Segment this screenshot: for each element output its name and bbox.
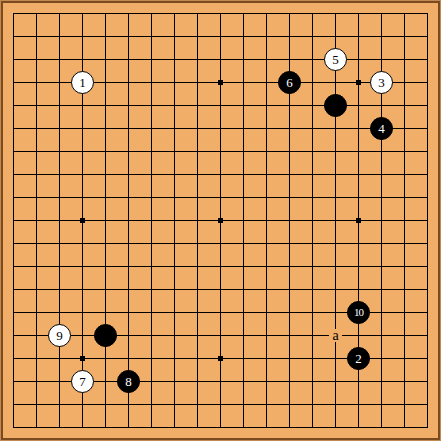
hoshi-star-point (218, 80, 223, 85)
move-number: 6 (286, 76, 293, 89)
hoshi-star-point (218, 356, 223, 361)
move-number: 7 (79, 375, 86, 388)
go-stone-white-1: 1 (71, 71, 94, 94)
go-stone-black-plain (324, 94, 347, 117)
hoshi-star-point (356, 218, 361, 223)
hoshi-star-point (80, 356, 85, 361)
go-stone-black-2: 2 (347, 347, 370, 370)
move-number: 5 (332, 53, 339, 66)
go-stone-black-4: 4 (370, 117, 393, 140)
go-stone-black-plain (94, 324, 117, 347)
go-stone-white-9: 9 (48, 324, 71, 347)
move-number: 3 (378, 76, 385, 89)
move-number: 9 (56, 329, 63, 342)
hoshi-star-point (80, 218, 85, 223)
move-number: 1 (79, 76, 86, 89)
hoshi-star-point (356, 80, 361, 85)
go-stone-white-3: 3 (370, 71, 393, 94)
move-number: 4 (378, 122, 385, 135)
move-number: 10 (354, 307, 363, 318)
go-stone-black-10: 10 (347, 301, 370, 324)
go-stone-black-6: 6 (278, 71, 301, 94)
move-number: 2 (355, 352, 362, 365)
move-number: 8 (125, 375, 132, 388)
go-stone-white-5: 5 (324, 48, 347, 71)
go-stone-black-8: 8 (117, 370, 140, 393)
point-label-a: a (329, 329, 342, 342)
hoshi-star-point (218, 218, 223, 223)
go-board: a12345678910 (0, 0, 441, 441)
go-stone-white-7: 7 (71, 370, 94, 393)
